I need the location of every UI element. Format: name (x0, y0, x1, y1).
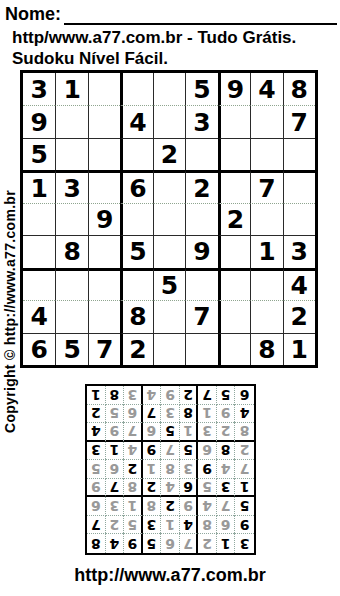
cell-r6c7: 4 (124, 442, 143, 461)
copyright-vertical-text: Copyright © http://www.a77.com.br (2, 190, 18, 433)
cell-r5c4 (120, 203, 152, 235)
cell-r5c3: 9 (198, 460, 217, 479)
cell-r4c2: 3 (217, 479, 236, 498)
cell-r5c7: 2 (218, 203, 250, 235)
cell-r9c1: 6 (23, 333, 55, 365)
cell-r4c6: 2 (185, 170, 217, 202)
cell-r1c2: 1 (55, 73, 87, 105)
cell-r3c1: 5 (235, 497, 254, 516)
cell-r6c3: 6 (198, 442, 217, 461)
cell-r7c3: 3 (198, 423, 217, 442)
cell-r4c4: 6 (120, 170, 152, 202)
cell-r1c3 (88, 73, 120, 105)
sudoku-solution-grid-rotated: 3127659489684135275749281361356428797493… (85, 384, 256, 555)
cell-r8c2 (55, 300, 87, 332)
cell-r6c8: 1 (106, 442, 125, 461)
cell-r6c2: 8 (55, 235, 87, 267)
cell-r8c3: 1 (198, 405, 217, 424)
cell-r2c3 (88, 105, 120, 137)
cell-r2c7: 5 (124, 516, 143, 535)
cell-r4c8: 7 (106, 479, 125, 498)
cell-r3c1: 5 (23, 138, 55, 170)
cell-r5c6 (185, 203, 217, 235)
cell-r9c8: 8 (106, 386, 125, 405)
cell-r7c1 (23, 268, 55, 300)
cell-r3c7: 1 (124, 497, 143, 516)
cell-r2c1: 9 (23, 105, 55, 137)
cell-r1c4 (120, 73, 152, 105)
cell-r9c7 (218, 333, 250, 365)
cell-r4c2: 3 (55, 170, 87, 202)
site-title: http/www.a77.com.br - Tudo Grátis. (12, 28, 296, 48)
cell-r3c9: 6 (87, 497, 106, 516)
cell-r4c6: 2 (143, 479, 162, 498)
cell-r1c8: 4 (250, 73, 282, 105)
cell-r5c1 (23, 203, 55, 235)
cell-r4c7: 8 (124, 479, 143, 498)
cell-r2c8 (250, 105, 282, 137)
cell-r4c1: 1 (23, 170, 55, 202)
cell-r8c8 (250, 300, 282, 332)
cell-r8c6: 7 (143, 405, 162, 424)
cell-r8c7 (218, 300, 250, 332)
cell-r5c8 (250, 203, 282, 235)
cell-r7c2 (55, 268, 87, 300)
cell-r1c2: 1 (217, 534, 236, 553)
cell-r7c9: 4 (87, 423, 106, 442)
cell-r3c3 (88, 138, 120, 170)
cell-r7c6 (185, 268, 217, 300)
cell-r9c4: 2 (120, 333, 152, 365)
cell-r8c4: 8 (120, 300, 152, 332)
name-label: Nome: (5, 3, 61, 25)
cell-r2c4: 4 (120, 105, 152, 137)
cell-r4c3 (88, 170, 120, 202)
cell-r8c2: 9 (217, 405, 236, 424)
cell-r2c6: 3 (185, 105, 217, 137)
cell-r5c6: 1 (143, 460, 162, 479)
cell-r3c5: 2 (161, 497, 180, 516)
cell-r8c8: 5 (106, 405, 125, 424)
cell-r5c2 (55, 203, 87, 235)
cell-r1c7: 9 (218, 73, 250, 105)
cell-r2c2 (55, 105, 87, 137)
cell-r3c6: 8 (143, 497, 162, 516)
cell-r6c8: 1 (250, 235, 282, 267)
cell-r1c1: 3 (23, 73, 55, 105)
cell-r8c5: 3 (161, 405, 180, 424)
cell-r4c3: 5 (198, 479, 217, 498)
cell-r2c5 (153, 105, 185, 137)
cell-r3c3: 4 (198, 497, 217, 516)
cell-r5c7: 2 (124, 460, 143, 479)
cell-r5c4: 3 (180, 460, 199, 479)
cell-r4c8: 7 (250, 170, 282, 202)
cell-r1c3: 2 (198, 534, 217, 553)
cell-r2c3: 8 (198, 516, 217, 535)
sudoku-worksheet-page: Nome: http/www.a77.com.br - Tudo Grátis.… (0, 0, 340, 596)
name-fill-line (64, 3, 337, 25)
cell-r6c5: 7 (161, 442, 180, 461)
cell-r9c6: 4 (143, 386, 162, 405)
cell-r9c2: 5 (217, 386, 236, 405)
cell-r9c3: 7 (198, 386, 217, 405)
cell-r1c1: 3 (235, 534, 254, 553)
cell-r8c3 (88, 300, 120, 332)
cell-r1c7: 9 (124, 534, 143, 553)
cell-r4c9 (283, 170, 315, 202)
cell-r1c5: 6 (161, 534, 180, 553)
cell-r3c6 (185, 138, 217, 170)
sudoku-puzzle-grid: 315948943752136279285913544872657281 (20, 70, 318, 368)
cell-r9c7: 3 (124, 386, 143, 405)
cell-r8c9: 2 (283, 300, 315, 332)
cell-r8c1: 4 (23, 300, 55, 332)
cell-r6c5 (153, 235, 185, 267)
difficulty-title: Sudoku Nível Fácil. (12, 49, 168, 69)
cell-r6c9: 3 (87, 442, 106, 461)
cell-r6c1: 2 (235, 442, 254, 461)
cell-r4c4: 6 (180, 479, 199, 498)
cell-r3c5: 2 (153, 138, 185, 170)
cell-r9c1: 6 (235, 386, 254, 405)
cell-r4c9: 9 (87, 479, 106, 498)
cell-r6c3 (88, 235, 120, 267)
cell-r9c4: 2 (180, 386, 199, 405)
cell-r5c9: 5 (87, 460, 106, 479)
cell-r6c2: 8 (217, 442, 236, 461)
cell-r7c9: 4 (283, 268, 315, 300)
cell-r2c8: 2 (106, 516, 125, 535)
cell-r2c4: 4 (180, 516, 199, 535)
name-row: Nome: (5, 3, 337, 25)
cell-r2c9: 7 (283, 105, 315, 137)
cell-r6c4: 5 (120, 235, 152, 267)
cell-r8c5 (153, 300, 185, 332)
cell-r4c5 (153, 170, 185, 202)
cell-r7c1: 8 (235, 423, 254, 442)
cell-r2c2: 6 (217, 516, 236, 535)
cell-r6c6: 9 (143, 442, 162, 461)
cell-r4c1: 1 (235, 479, 254, 498)
cell-r8c6: 7 (185, 300, 217, 332)
cell-r7c5: 5 (161, 423, 180, 442)
cell-r7c4 (120, 268, 152, 300)
cell-r7c7: 7 (124, 423, 143, 442)
cell-r6c1 (23, 235, 55, 267)
cell-r7c5: 5 (153, 268, 185, 300)
cell-r9c9: 1 (283, 333, 315, 365)
cell-r8c9: 2 (87, 405, 106, 424)
cell-r5c1: 7 (235, 460, 254, 479)
cell-r5c8: 6 (106, 460, 125, 479)
cell-r7c8 (250, 268, 282, 300)
cell-r6c4: 5 (180, 442, 199, 461)
cell-r9c5 (153, 333, 185, 365)
cell-r8c1: 4 (235, 405, 254, 424)
cell-r7c2: 2 (217, 423, 236, 442)
cell-r5c9 (283, 203, 315, 235)
cell-r1c5 (153, 73, 185, 105)
cell-r2c1: 9 (235, 516, 254, 535)
cell-r1c9: 8 (283, 73, 315, 105)
cell-r1c6: 5 (185, 73, 217, 105)
cell-r9c9: 1 (87, 386, 106, 405)
cell-r9c2: 5 (55, 333, 87, 365)
cell-r2c7 (218, 105, 250, 137)
cell-r8c4: 8 (180, 405, 199, 424)
cell-r1c8: 4 (106, 534, 125, 553)
cell-r3c8: 3 (106, 497, 125, 516)
cell-r3c4: 9 (180, 497, 199, 516)
cell-r7c7 (218, 268, 250, 300)
cell-r6c7 (218, 235, 250, 267)
cell-r3c2: 7 (217, 497, 236, 516)
cell-r6c9: 3 (283, 235, 315, 267)
cell-r3c9 (283, 138, 315, 170)
cell-r2c6: 3 (143, 516, 162, 535)
cell-r5c3: 9 (88, 203, 120, 235)
cell-r3c8 (250, 138, 282, 170)
cell-r2c5: 1 (161, 516, 180, 535)
cell-r9c6 (185, 333, 217, 365)
cell-r5c5: 8 (161, 460, 180, 479)
cell-r4c5: 4 (161, 479, 180, 498)
cell-r2c9: 7 (87, 516, 106, 535)
cell-r7c4: 1 (180, 423, 199, 442)
cell-r1c4: 7 (180, 534, 199, 553)
cell-r9c3: 7 (88, 333, 120, 365)
cell-r1c9: 8 (87, 534, 106, 553)
cell-r9c8: 8 (250, 333, 282, 365)
cell-r9c5: 9 (161, 386, 180, 405)
footer-url: http://www.a77.com.br (0, 565, 340, 586)
cell-r1c6: 5 (143, 534, 162, 553)
cell-r3c2 (55, 138, 87, 170)
cell-r4c7 (218, 170, 250, 202)
cell-r6c6: 9 (185, 235, 217, 267)
cell-r5c5 (153, 203, 185, 235)
cell-r8c7: 6 (124, 405, 143, 424)
cell-r7c6: 6 (143, 423, 162, 442)
cell-r3c4 (120, 138, 152, 170)
cell-r7c3 (88, 268, 120, 300)
cell-r7c8: 9 (106, 423, 125, 442)
cell-r3c7 (218, 138, 250, 170)
cell-r5c2: 4 (217, 460, 236, 479)
